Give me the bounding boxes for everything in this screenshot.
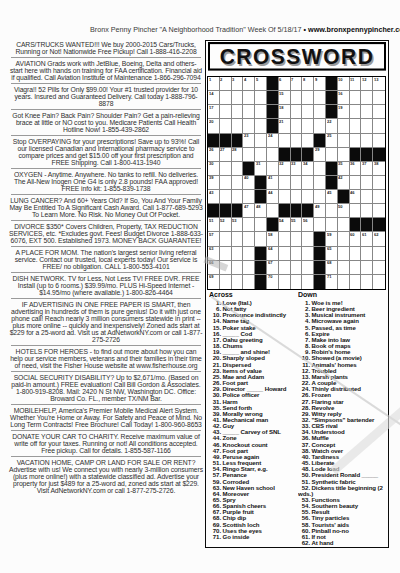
grid-cell[interactable]: 35 <box>338 162 350 176</box>
grid-cell[interactable]: 51 <box>208 218 220 232</box>
grid-cell[interactable]: 56 <box>302 218 314 232</box>
grid-cell[interactable]: 33 <box>291 162 303 176</box>
grid-cell[interactable]: 59 <box>326 232 338 246</box>
clue-number: 46 <box>350 190 354 194</box>
grid-cell[interactable]: 62 <box>373 232 385 246</box>
grid-cell[interactable] <box>243 91 255 105</box>
black-square <box>279 148 291 162</box>
grid-cell[interactable]: 46 <box>350 190 362 204</box>
grid-cell[interactable] <box>220 105 232 119</box>
black-square <box>326 162 338 176</box>
grid-cell[interactable] <box>220 176 232 190</box>
clue-number: 67 <box>268 260 272 264</box>
grid-cell[interactable] <box>373 261 385 275</box>
grid-cell[interactable] <box>291 91 303 105</box>
grid-cell[interactable] <box>267 204 279 218</box>
clue-number: 36 <box>350 161 354 165</box>
grid-cell[interactable] <box>232 275 244 289</box>
clue-number: 65 <box>327 246 331 250</box>
grid-cell[interactable] <box>361 275 373 289</box>
grid-cell[interactable]: 28 <box>232 148 244 162</box>
ad-divider <box>11 194 201 195</box>
black-square <box>350 148 362 162</box>
clue-number: 51 <box>209 218 213 222</box>
grid-cell[interactable]: 14 <box>208 91 220 105</box>
clue-number: 9 <box>315 77 317 81</box>
grid-cell[interactable]: 41 <box>267 176 279 190</box>
black-square <box>314 232 326 246</box>
classified-ad: Viagra!! 52 Pills for Only $99.00! Your … <box>7 85 205 108</box>
classified-ad: HOTELS FOR HEROES - to find out more abo… <box>7 347 205 370</box>
grid-cell[interactable] <box>361 91 373 105</box>
grid-cell[interactable] <box>279 232 291 246</box>
clue-number: 20 <box>209 119 213 123</box>
clue-number: 68 <box>327 260 331 264</box>
clue-number: 38 <box>374 161 378 165</box>
classified-ads-column: CARS/TRUCKS WANTED!!! We buy 2000-2015 C… <box>7 40 205 495</box>
clue-number: 6 <box>279 77 281 81</box>
grid-cell[interactable] <box>338 261 350 275</box>
down-clue: 62.At hand <box>298 540 386 545</box>
grid-cell[interactable]: 53 <box>232 218 244 232</box>
classified-ad: LUNG CANCER? And 60+ Years Old? If So, Y… <box>7 196 205 219</box>
grid-cell[interactable] <box>255 232 267 246</box>
grid-cell[interactable] <box>255 105 267 119</box>
grid-cell[interactable]: 29 <box>314 148 326 162</box>
clue-number: 43 <box>209 190 213 194</box>
grid-cell[interactable] <box>361 176 373 190</box>
ad-divider <box>11 298 201 299</box>
grid-cell[interactable]: 34 <box>302 162 314 176</box>
black-square <box>267 105 279 119</box>
grid-cell[interactable]: 15 <box>279 91 291 105</box>
classified-ad: DONATE YOUR CAR TO CHARITY. Receive maxi… <box>7 432 205 455</box>
ad-divider <box>11 272 201 273</box>
grid-cell[interactable]: 9 <box>314 77 326 91</box>
classified-ad: SOCIAL SECURITY DISABILITY? Up to $2,671… <box>7 373 205 403</box>
grid-cell[interactable] <box>350 176 362 190</box>
grid-cell[interactable] <box>267 162 279 176</box>
grid-cell[interactable] <box>232 190 244 204</box>
grid-cell[interactable] <box>338 275 350 289</box>
ad-divider <box>11 168 201 169</box>
grid-cell[interactable] <box>220 275 232 289</box>
grid-cell[interactable] <box>361 105 373 119</box>
grid-cell[interactable] <box>279 176 291 190</box>
grid-cell[interactable] <box>232 176 244 190</box>
grid-cell[interactable]: 20 <box>208 119 220 133</box>
classified-ad: Got Knee Pain? Back Pain? Shoulder Pain?… <box>7 111 205 134</box>
grid-cell[interactable] <box>291 190 303 204</box>
grid-cell[interactable] <box>361 204 373 218</box>
grid-cell[interactable]: 26 <box>208 148 220 162</box>
black-square <box>208 134 220 148</box>
grid-cell[interactable]: 42 <box>338 176 350 190</box>
grid-cell[interactable] <box>373 275 385 289</box>
clue-number: 28 <box>232 147 236 151</box>
classified-ad: MOBILEHELP, America's Premier Mobile Med… <box>7 406 205 429</box>
clue-number: 29 <box>315 147 319 151</box>
grid-cell[interactable]: 17 <box>208 105 220 119</box>
grid-cell[interactable] <box>220 162 232 176</box>
grid-cell[interactable] <box>302 119 314 133</box>
grid-cell[interactable] <box>291 105 303 119</box>
grid-cell[interactable]: 52 <box>220 218 232 232</box>
grid-cell[interactable] <box>279 261 291 275</box>
black-square <box>326 77 338 91</box>
grid-cell[interactable] <box>373 91 385 105</box>
black-square <box>232 134 244 148</box>
grid-cell[interactable] <box>326 218 338 232</box>
grid-cell[interactable]: 10 <box>338 77 350 91</box>
classified-ad: VACATION HOME, CAMP OR LAND FOR SALE OR … <box>7 458 205 495</box>
grid-cell[interactable] <box>338 148 350 162</box>
grid-cell[interactable] <box>302 261 314 275</box>
clue-number: 57 <box>209 232 213 236</box>
grid-cell[interactable] <box>232 91 244 105</box>
grid-cell[interactable] <box>255 91 267 105</box>
clue-number: 61 <box>362 232 366 236</box>
grid-cell[interactable]: 2 <box>220 77 232 91</box>
grid-cell[interactable]: 40 <box>243 176 255 190</box>
grid-cell[interactable]: 16 <box>338 91 350 105</box>
grid-cell[interactable]: 32 <box>279 162 291 176</box>
grid-cell[interactable] <box>314 190 326 204</box>
grid-cell[interactable] <box>338 218 350 232</box>
grid-cell[interactable]: 5 <box>255 77 267 91</box>
clue-number: 18 <box>279 105 283 109</box>
grid-cell[interactable] <box>326 204 338 218</box>
grid-cell[interactable] <box>338 232 350 246</box>
grid-cell[interactable]: 54 <box>279 218 291 232</box>
clue-number: 4 <box>244 77 246 81</box>
grid-cell[interactable] <box>279 190 291 204</box>
grid-cell[interactable] <box>232 247 244 261</box>
grid-cell[interactable] <box>350 91 362 105</box>
grid-cell[interactable] <box>302 134 314 148</box>
black-square <box>326 176 338 190</box>
black-square <box>314 275 326 289</box>
grid-cell[interactable]: 43 <box>208 190 220 204</box>
black-square <box>208 204 220 218</box>
ad-divider <box>11 135 201 136</box>
black-square <box>302 148 314 162</box>
black-square <box>267 91 279 105</box>
classified-ad: Stop OVERPAYING for your prescriptions! … <box>7 137 205 167</box>
grid-cell[interactable] <box>232 261 244 275</box>
grid-cell[interactable] <box>255 218 267 232</box>
clue-number: 15 <box>279 91 283 95</box>
clue-text: At hand <box>312 539 334 545</box>
grid-cell[interactable] <box>338 119 350 133</box>
grid-cell[interactable] <box>350 261 362 275</box>
grid-cell[interactable] <box>232 162 244 176</box>
ad-divider <box>11 404 201 405</box>
grid-cell[interactable] <box>255 148 267 162</box>
grid-cell[interactable]: 25 <box>326 134 338 148</box>
grid-cell[interactable] <box>220 91 232 105</box>
grid-cell[interactable] <box>373 190 385 204</box>
clue-number: 34 <box>303 161 307 165</box>
ad-divider <box>11 371 201 372</box>
across-clue-list: Across 1.Love (Ital.)6.Not fatty10.Prono… <box>209 291 295 545</box>
clue-number: 40 <box>244 175 248 179</box>
grid-cell[interactable]: 38 <box>373 162 385 176</box>
black-square <box>220 204 232 218</box>
grid-cell[interactable]: 68 <box>326 261 338 275</box>
grid-cell[interactable]: 36 <box>350 162 362 176</box>
grid-cell[interactable] <box>373 119 385 133</box>
grid-cell[interactable] <box>350 275 362 289</box>
grid-cell[interactable] <box>220 247 232 261</box>
grid-cell[interactable] <box>243 119 255 133</box>
clue-number: 53 <box>232 218 236 222</box>
grid-cell[interactable]: 65 <box>326 247 338 261</box>
grid-cell[interactable] <box>350 134 362 148</box>
grid-cell[interactable] <box>314 176 326 190</box>
page-header: Bronx Penny Pincher "A Neighborhood Trad… <box>90 26 398 34</box>
grid-cell[interactable]: 31 <box>255 162 267 176</box>
grid-cell[interactable] <box>302 190 314 204</box>
across-heading: Across <box>209 291 295 298</box>
grid-cell[interactable] <box>243 275 255 289</box>
grid-cell[interactable]: 23 <box>243 134 255 148</box>
grid-cell[interactable] <box>243 190 255 204</box>
grid-cell[interactable] <box>232 119 244 133</box>
grid-cell[interactable]: 27 <box>220 148 232 162</box>
clue-number: 3 <box>232 77 234 81</box>
ad-divider <box>11 246 201 247</box>
grid-cell[interactable] <box>338 247 350 261</box>
grid-cell[interactable]: 8 <box>302 77 314 91</box>
grid-cell[interactable]: 44 <box>267 190 279 204</box>
grid-cell[interactable] <box>314 119 326 133</box>
grid-cell[interactable]: 71 <box>326 275 338 289</box>
clue-number: 11 <box>350 77 354 81</box>
grid-cell[interactable] <box>373 204 385 218</box>
grid-cell[interactable] <box>350 105 362 119</box>
black-square <box>361 148 373 162</box>
grid-cell[interactable] <box>243 105 255 119</box>
grid-cell[interactable] <box>220 190 232 204</box>
clue-number: 27 <box>220 147 224 151</box>
clue-number: 35 <box>338 161 342 165</box>
grid-cell[interactable] <box>291 275 303 289</box>
clue-number: 19 <box>338 105 342 109</box>
grid-cell[interactable]: 58 <box>267 232 279 246</box>
black-square <box>279 204 291 218</box>
grid-cell[interactable]: 18 <box>279 105 291 119</box>
grid-cell[interactable]: 19 <box>338 105 350 119</box>
grid-cell[interactable] <box>243 232 255 246</box>
grid-cell[interactable]: 30 <box>208 162 220 176</box>
classified-ad: CARS/TRUCKS WANTED!!! We buy 2000-2015 C… <box>7 40 205 56</box>
grid-cell[interactable] <box>291 176 303 190</box>
clue-number-label: 62. <box>298 540 310 545</box>
grid-cell[interactable] <box>232 232 244 246</box>
grid-cell[interactable]: 22 <box>326 119 338 133</box>
clue-number: 41 <box>268 175 272 179</box>
grid-cell[interactable]: 3 <box>232 77 244 91</box>
clue-number: 45 <box>327 190 331 194</box>
grid-cell[interactable]: 6 <box>279 77 291 91</box>
grid-cell[interactable]: 11 <box>350 77 362 91</box>
grid-cell[interactable] <box>255 119 267 133</box>
grid-cell[interactable] <box>243 261 255 275</box>
grid-cell[interactable]: 48 <box>255 204 267 218</box>
black-square <box>373 148 385 162</box>
grid-cell[interactable]: 67 <box>267 261 279 275</box>
header-text: Bronx Penny Pincher "A Neighborhood Trad… <box>90 25 304 34</box>
clue-number: 21 <box>279 119 283 123</box>
grid-cell[interactable] <box>291 119 303 133</box>
grid-cell[interactable]: 70 <box>267 275 279 289</box>
grid-cell[interactable]: 64 <box>267 247 279 261</box>
grid-cell[interactable] <box>350 119 362 133</box>
grid-cell[interactable] <box>291 232 303 246</box>
clue-number: 56 <box>303 218 307 222</box>
grid-cell[interactable] <box>361 119 373 133</box>
clue-number: 5 <box>256 77 258 81</box>
grid-cell[interactable]: 61 <box>361 232 373 246</box>
grid-cell[interactable]: 4 <box>243 77 255 91</box>
clue-number: 17 <box>209 105 213 109</box>
grid-cell[interactable] <box>243 218 255 232</box>
down-clue-list: Down 1.Woe is me!2.Beer ingredient3.Musi… <box>298 291 386 545</box>
ad-divider <box>11 57 201 58</box>
black-square <box>314 134 326 148</box>
grid-cell[interactable] <box>314 105 326 119</box>
grid-cell[interactable]: 57 <box>208 232 220 246</box>
clue-number: 10 <box>338 77 342 81</box>
grid-cell[interactable] <box>361 190 373 204</box>
grid-cell[interactable]: 49 <box>314 204 326 218</box>
ad-divider <box>11 345 201 346</box>
grid-cell[interactable]: 39 <box>208 176 220 190</box>
grid-cell[interactable] <box>302 232 314 246</box>
grid-cell[interactable] <box>302 176 314 190</box>
grid-cell[interactable] <box>220 232 232 246</box>
clue-number: 22 <box>327 119 331 123</box>
black-square <box>350 218 362 232</box>
black-square <box>255 190 267 204</box>
clue-number: 63 <box>209 246 213 250</box>
grid-cell[interactable] <box>279 275 291 289</box>
grid-cell[interactable] <box>279 134 291 148</box>
black-square <box>291 204 303 218</box>
classified-ad: OXYGEN - Anytime. Anywhere. No tanks to … <box>7 170 205 193</box>
clue-number: 30 <box>209 161 213 165</box>
grid-cell[interactable] <box>243 148 255 162</box>
clue-number: 42 <box>338 175 342 179</box>
clue-number: 13 <box>374 77 378 81</box>
grid-cell[interactable] <box>373 105 385 119</box>
black-square <box>361 218 373 232</box>
grid-cell[interactable] <box>373 247 385 261</box>
grid-cell[interactable] <box>279 247 291 261</box>
black-square <box>255 261 267 275</box>
black-square <box>267 77 279 91</box>
across-clue: 71.Go inside <box>209 534 295 540</box>
grid-cell[interactable] <box>350 204 362 218</box>
grid-cell[interactable] <box>302 247 314 261</box>
black-square <box>267 119 279 133</box>
grid-cell[interactable] <box>302 105 314 119</box>
grid-cell[interactable] <box>338 134 350 148</box>
grid-cell[interactable]: 50 <box>338 204 350 218</box>
grid-cell[interactable] <box>302 275 314 289</box>
grid-cell[interactable] <box>314 162 326 176</box>
ad-divider <box>11 109 201 110</box>
grid-cell[interactable]: 1 <box>208 77 220 91</box>
grid-cell[interactable]: 7 <box>291 77 303 91</box>
clue-number: 71 <box>327 274 331 278</box>
clue-number: 26 <box>209 147 213 151</box>
clue-number: 7 <box>291 77 293 81</box>
grid-cell[interactable] <box>326 148 338 162</box>
grid-cell[interactable] <box>314 91 326 105</box>
grid-cell[interactable]: 60 <box>350 232 362 246</box>
clue-number: 24 <box>268 133 272 137</box>
grid-cell[interactable]: 55 <box>291 218 303 232</box>
clue-number-label: 71. <box>209 534 221 540</box>
clue-text: Go inside <box>223 533 250 540</box>
grid-cell[interactable] <box>350 247 362 261</box>
clue-number: 44 <box>268 190 272 194</box>
grid-cell[interactable] <box>314 218 326 232</box>
clue-number: 55 <box>291 218 295 222</box>
grid-cell[interactable]: 37 <box>361 162 373 176</box>
grid-cell[interactable]: 45 <box>326 190 338 204</box>
clue-number: 58 <box>268 232 272 236</box>
grid-cell[interactable] <box>302 91 314 105</box>
clue-number: 54 <box>279 218 283 222</box>
black-square <box>255 247 267 261</box>
grid-cell[interactable] <box>291 261 303 275</box>
clue-number: 49 <box>315 204 319 208</box>
black-square <box>326 91 338 105</box>
down-heading: Down <box>298 291 386 298</box>
grid-cell[interactable] <box>373 134 385 148</box>
grid-cell[interactable] <box>232 105 244 119</box>
clue-number: 50 <box>338 204 342 208</box>
classified-ad: AVIATION Grads work with JetBlue, Boeing… <box>7 59 205 82</box>
grid-cell[interactable]: 12 <box>361 77 373 91</box>
grid-cell[interactable]: 69 <box>208 275 220 289</box>
grid-cell[interactable] <box>267 148 279 162</box>
grid-cell[interactable] <box>373 176 385 190</box>
grid-cell[interactable] <box>291 134 303 148</box>
grid-cell[interactable] <box>220 119 232 133</box>
grid-cell[interactable] <box>361 247 373 261</box>
ad-divider <box>11 83 201 84</box>
clue-number: 32 <box>279 161 283 165</box>
grid-cell[interactable] <box>255 134 267 148</box>
grid-cell[interactable] <box>361 134 373 148</box>
grid-cell[interactable]: 13 <box>373 77 385 91</box>
clue-number: 52 <box>220 218 224 222</box>
grid-cell[interactable]: 21 <box>279 119 291 133</box>
clue-number: 60 <box>350 232 354 236</box>
grid-cell[interactable] <box>361 261 373 275</box>
black-square <box>255 176 267 190</box>
black-square <box>232 204 244 218</box>
grid-cell[interactable]: 24 <box>267 134 279 148</box>
grid-cell[interactable] <box>291 247 303 261</box>
clue-number: 16 <box>338 91 342 95</box>
grid-cell[interactable]: 47 <box>243 204 255 218</box>
grid-cell[interactable] <box>243 247 255 261</box>
